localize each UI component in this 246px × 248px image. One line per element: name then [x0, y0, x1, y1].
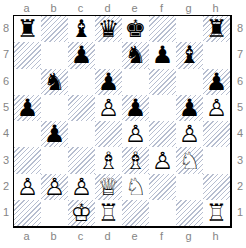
square-e3[interactable]: ♝♗: [122, 147, 149, 173]
rank-label-1: 1: [234, 199, 246, 225]
file-label-f: f: [148, 1, 175, 14]
rank-label-5: 5: [0, 94, 12, 120]
white-pawn-fill: ♟: [14, 174, 41, 200]
rank-label-6: 6: [234, 68, 246, 94]
white-pawn: ♙: [95, 95, 122, 121]
square-a2[interactable]: ♟♙: [14, 174, 41, 200]
white-pawn-fill: ♟: [95, 95, 122, 121]
square-a4[interactable]: [14, 121, 41, 147]
square-h5[interactable]: ♟♙: [203, 95, 230, 121]
white-pawn-fill: ♟: [41, 174, 68, 200]
square-d7[interactable]: [95, 42, 122, 68]
square-g1[interactable]: [176, 200, 203, 226]
square-h7[interactable]: [203, 42, 230, 68]
square-g8[interactable]: [176, 16, 203, 42]
square-e6[interactable]: [122, 69, 149, 95]
square-g2[interactable]: [176, 174, 203, 200]
black-bishop: ♝: [176, 42, 203, 68]
white-pawn: ♙: [68, 174, 95, 200]
white-bishop-fill: ♝: [95, 147, 122, 173]
black-pawn: ♟: [122, 95, 149, 121]
white-pawn-fill: ♟: [176, 121, 203, 147]
black-pawn: ♟: [95, 69, 122, 95]
square-f7[interactable]: ♟: [149, 42, 176, 68]
white-king: ♔: [68, 200, 95, 226]
black-pawn: ♟: [176, 95, 203, 121]
square-f2[interactable]: [149, 174, 176, 200]
black-pawn: ♟: [41, 121, 68, 147]
square-a5[interactable]: ♟: [14, 95, 41, 121]
square-c2[interactable]: ♟♙: [68, 174, 95, 200]
square-c6[interactable]: [68, 69, 95, 95]
rank-label-7: 7: [0, 41, 12, 67]
white-rook: ♖: [95, 200, 122, 226]
square-c8[interactable]: ♝: [68, 16, 95, 42]
rank-label-4: 4: [234, 120, 246, 146]
white-pawn-fill: ♟: [149, 147, 176, 173]
white-king-fill: ♚: [68, 200, 95, 226]
square-a8[interactable]: ♜: [14, 16, 41, 42]
square-c4[interactable]: [68, 121, 95, 147]
rank-label-8: 8: [0, 15, 12, 41]
square-b6[interactable]: ♞: [41, 69, 68, 95]
square-c7[interactable]: ♟: [68, 42, 95, 68]
white-pawn: ♙: [176, 121, 203, 147]
square-b8[interactable]: [41, 16, 68, 42]
chess-diagram: abcdefgh abcdefgh 87654321 87654321 ♜♝♛♚…: [0, 0, 246, 248]
square-f5[interactable]: [149, 95, 176, 121]
rank-label-4: 4: [0, 120, 12, 146]
rank-label-7: 7: [234, 41, 246, 67]
square-e7[interactable]: ♞: [122, 42, 149, 68]
square-f1[interactable]: [149, 200, 176, 226]
black-rook: ♜: [203, 16, 230, 42]
rank-label-2: 2: [234, 173, 246, 199]
black-rook: ♜: [14, 16, 41, 42]
square-e8[interactable]: ♚: [122, 16, 149, 42]
black-knight: ♞: [122, 42, 149, 68]
file-label-e: e: [121, 1, 148, 14]
file-label-d: d: [94, 1, 121, 14]
white-queen-fill: ♛: [95, 174, 122, 200]
white-knight-fill: ♞: [122, 174, 149, 200]
rank-label-3: 3: [234, 146, 246, 172]
file-label-a: a: [13, 1, 40, 14]
square-d2[interactable]: ♛♕: [95, 174, 122, 200]
white-pawn: ♙: [14, 174, 41, 200]
black-pawn: ♟: [68, 42, 95, 68]
file-label-a: a: [13, 229, 40, 243]
square-d8[interactable]: ♛: [95, 16, 122, 42]
black-pawn: ♟: [14, 95, 41, 121]
white-pawn: ♙: [122, 121, 149, 147]
square-a6[interactable]: [14, 69, 41, 95]
square-b5[interactable]: [41, 95, 68, 121]
square-h6[interactable]: ♟: [203, 69, 230, 95]
file-labels-top: abcdefgh: [13, 1, 229, 14]
white-knight: ♘: [176, 147, 203, 173]
file-label-b: b: [40, 229, 67, 243]
square-g7[interactable]: ♝: [176, 42, 203, 68]
white-bishop: ♗: [95, 147, 122, 173]
file-label-f: f: [148, 229, 175, 243]
square-a3[interactable]: [14, 147, 41, 173]
square-f4[interactable]: [149, 121, 176, 147]
rank-label-8: 8: [234, 15, 246, 41]
file-label-d: d: [94, 229, 121, 243]
white-bishop: ♗: [122, 147, 149, 173]
square-h2[interactable]: [203, 174, 230, 200]
rank-labels-left: 87654321: [0, 15, 12, 225]
square-g4[interactable]: ♟♙: [176, 121, 203, 147]
square-g5[interactable]: ♟: [176, 95, 203, 121]
square-c5[interactable]: [68, 95, 95, 121]
square-h1[interactable]: ♜♖: [203, 200, 230, 226]
black-bishop: ♝: [68, 16, 95, 42]
square-e4[interactable]: ♟♙: [122, 121, 149, 147]
square-d4[interactable]: [95, 121, 122, 147]
square-f3[interactable]: ♟♙: [149, 147, 176, 173]
file-labels-bottom: abcdefgh: [13, 229, 229, 243]
white-pawn-fill: ♟: [203, 95, 230, 121]
black-knight: ♞: [41, 69, 68, 95]
rank-label-1: 1: [0, 199, 12, 225]
rank-label-2: 2: [0, 173, 12, 199]
square-a7[interactable]: [14, 42, 41, 68]
white-pawn: ♙: [149, 147, 176, 173]
file-label-c: c: [67, 229, 94, 243]
square-b1[interactable]: [41, 200, 68, 226]
white-bishop-fill: ♝: [122, 147, 149, 173]
white-pawn-fill: ♟: [68, 174, 95, 200]
black-king: ♚: [122, 16, 149, 42]
rank-labels-right: 87654321: [234, 15, 246, 225]
square-b3[interactable]: [41, 147, 68, 173]
square-d5[interactable]: ♟♙: [95, 95, 122, 121]
square-g3[interactable]: ♞♘: [176, 147, 203, 173]
square-h8[interactable]: ♜: [203, 16, 230, 42]
white-knight: ♘: [122, 174, 149, 200]
black-pawn: ♟: [203, 69, 230, 95]
square-f8[interactable]: [149, 16, 176, 42]
file-label-b: b: [40, 1, 67, 14]
black-queen: ♛: [95, 16, 122, 42]
file-label-h: h: [202, 229, 229, 243]
square-e2[interactable]: ♞♘: [122, 174, 149, 200]
square-b2[interactable]: ♟♙: [41, 174, 68, 200]
white-queen: ♕: [95, 174, 122, 200]
chess-board: ♜♝♛♚♜♟♞♟♝♞♟♟♟♟♙♟♟♟♙♟♟♙♟♙♝♗♝♗♟♙♞♘♟♙♟♙♟♙♛♕…: [13, 15, 232, 228]
rank-label-5: 5: [234, 94, 246, 120]
white-pawn: ♙: [203, 95, 230, 121]
square-g6[interactable]: [176, 69, 203, 95]
square-e5[interactable]: ♟: [122, 95, 149, 121]
square-d3[interactable]: ♝♗: [95, 147, 122, 173]
black-pawn: ♟: [149, 42, 176, 68]
square-c3[interactable]: [68, 147, 95, 173]
square-b7[interactable]: [41, 42, 68, 68]
square-d1[interactable]: ♜♖: [95, 200, 122, 226]
square-b4[interactable]: ♟: [41, 121, 68, 147]
square-a1[interactable]: [14, 200, 41, 226]
file-label-c: c: [67, 1, 94, 14]
file-label-g: g: [175, 229, 202, 243]
file-label-h: h: [202, 1, 229, 14]
square-c1[interactable]: ♚♔: [68, 200, 95, 226]
white-rook: ♖: [203, 200, 230, 226]
square-h3[interactable]: [203, 147, 230, 173]
square-h4[interactable]: [203, 121, 230, 147]
square-f6[interactable]: [149, 69, 176, 95]
white-pawn: ♙: [41, 174, 68, 200]
rank-label-3: 3: [0, 146, 12, 172]
square-d6[interactable]: ♟: [95, 69, 122, 95]
white-pawn-fill: ♟: [122, 121, 149, 147]
file-label-e: e: [121, 229, 148, 243]
rank-label-6: 6: [0, 68, 12, 94]
square-e1[interactable]: [122, 200, 149, 226]
white-knight-fill: ♞: [176, 147, 203, 173]
file-label-g: g: [175, 1, 202, 14]
white-rook-fill: ♜: [203, 200, 230, 226]
white-rook-fill: ♜: [95, 200, 122, 226]
